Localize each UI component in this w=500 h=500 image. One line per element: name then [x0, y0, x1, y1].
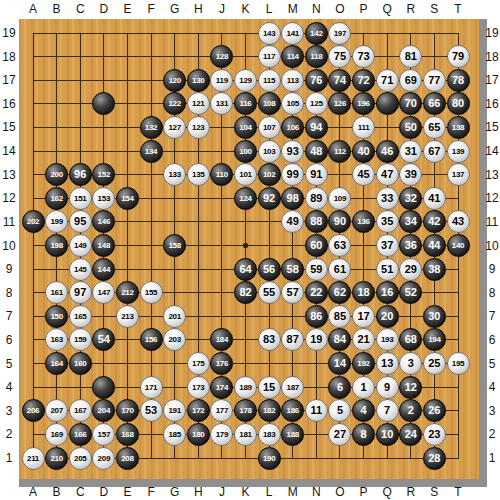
black-stone: 180 — [187, 423, 210, 446]
white-stone: 53 — [140, 399, 163, 422]
row-label-left: 2 — [6, 427, 13, 441]
col-label-bottom: N — [312, 485, 321, 499]
row-label-right: 14 — [485, 144, 498, 158]
black-stone: 100 — [234, 140, 257, 163]
white-stone: 213 — [116, 305, 139, 328]
white-stone: 61 — [328, 258, 351, 281]
white-stone: 37 — [376, 234, 399, 257]
row-label-right: 15 — [485, 120, 498, 134]
black-stone: 16 — [376, 281, 399, 304]
black-stone: 76 — [305, 69, 328, 92]
row-label-left: 4 — [6, 380, 13, 394]
black-stone: 144 — [92, 258, 115, 281]
col-label-top: R — [406, 2, 415, 16]
col-label-top: B — [53, 2, 61, 16]
black-stone: 188 — [281, 423, 304, 446]
row-label-left: 8 — [6, 286, 13, 300]
col-label-top: C — [76, 2, 85, 16]
black-stone: 118 — [305, 45, 328, 68]
black-stone: 112 — [328, 140, 351, 163]
white-stone: 123 — [187, 116, 210, 139]
white-stone: 25 — [423, 352, 446, 375]
white-stone: 73 — [352, 45, 375, 68]
col-label-top: K — [241, 2, 249, 16]
black-stone: 48 — [305, 140, 328, 163]
white-stone: 65 — [423, 116, 446, 139]
col-label-bottom: J — [219, 485, 225, 499]
black-stone — [92, 376, 115, 399]
row-label-right: 7 — [489, 309, 496, 323]
white-stone: 7 — [376, 399, 399, 422]
black-stone: 72 — [352, 69, 375, 92]
col-label-bottom: R — [406, 485, 415, 499]
board-shadow-bottom — [19, 479, 487, 487]
col-label-bottom: O — [335, 485, 344, 499]
white-stone: 169 — [45, 423, 68, 446]
grid-line-horizontal — [33, 33, 459, 34]
black-stone: 124 — [234, 187, 257, 210]
black-stone: 8 — [352, 423, 375, 446]
row-label-left: 3 — [6, 404, 13, 418]
white-stone: 127 — [163, 116, 186, 139]
row-label-left: 17 — [2, 73, 15, 87]
white-stone: 181 — [234, 423, 257, 446]
board-shadow-right — [479, 19, 487, 487]
black-stone: 80 — [447, 92, 470, 115]
col-label-top: H — [194, 2, 203, 16]
white-stone: 119 — [210, 69, 233, 92]
row-label-right: 13 — [485, 168, 498, 182]
row-label-left: 6 — [6, 333, 13, 347]
white-stone: 211 — [22, 447, 45, 470]
white-stone: 83 — [258, 328, 281, 351]
black-stone: 166 — [69, 423, 92, 446]
white-stone: 31 — [399, 140, 422, 163]
row-label-right: 10 — [485, 239, 498, 253]
col-label-bottom: A — [29, 485, 37, 499]
black-stone: 6 — [328, 376, 351, 399]
black-stone: 38 — [423, 258, 446, 281]
col-label-top: A — [29, 2, 37, 16]
col-label-bottom: G — [170, 485, 179, 499]
white-stone: 55 — [258, 281, 281, 304]
grid-line-vertical — [127, 33, 128, 459]
white-stone: 205 — [69, 447, 92, 470]
col-label-bottom: F — [147, 485, 154, 499]
black-stone: 94 — [305, 116, 328, 139]
row-label-right: 5 — [489, 357, 496, 371]
black-stone: 164 — [45, 352, 68, 375]
black-stone: 132 — [140, 116, 163, 139]
row-label-right: 19 — [485, 26, 498, 40]
row-label-right: 1 — [489, 451, 496, 465]
white-stone: 79 — [447, 45, 470, 68]
white-stone: 71 — [376, 69, 399, 92]
white-stone: 167 — [69, 399, 92, 422]
black-stone: 32 — [399, 187, 422, 210]
white-stone: 89 — [305, 187, 328, 210]
white-stone: 125 — [305, 92, 328, 115]
black-stone: 138 — [447, 116, 470, 139]
row-label-left: 19 — [2, 26, 15, 40]
black-stone: 130 — [187, 69, 210, 92]
row-label-left: 15 — [2, 120, 15, 134]
row-label-right: 17 — [485, 73, 498, 87]
black-stone: 24 — [399, 423, 422, 446]
col-label-top: O — [335, 2, 344, 16]
row-label-left: 16 — [2, 97, 15, 111]
black-stone: 142 — [305, 22, 328, 45]
grid-line-horizontal — [33, 56, 459, 57]
col-label-top: P — [360, 2, 368, 16]
white-stone: 107 — [258, 116, 281, 139]
white-stone: 129 — [234, 69, 257, 92]
row-label-left: 1 — [6, 451, 13, 465]
row-label-right: 3 — [489, 404, 496, 418]
black-stone: 134 — [140, 140, 163, 163]
black-stone: 78 — [447, 69, 470, 92]
white-stone: 153 — [92, 187, 115, 210]
col-label-top: L — [266, 2, 273, 16]
col-label-top: J — [219, 2, 225, 16]
black-stone: 22 — [305, 281, 328, 304]
row-label-right: 4 — [489, 380, 496, 394]
col-label-bottom: P — [360, 485, 368, 499]
white-stone: 195 — [447, 352, 470, 375]
white-stone: 151 — [69, 187, 92, 210]
white-stone: 165 — [69, 305, 92, 328]
black-stone: 40 — [352, 140, 375, 163]
col-label-bottom: T — [454, 485, 461, 499]
col-label-bottom: L — [266, 485, 273, 499]
col-label-top: M — [288, 2, 298, 16]
white-stone: 111 — [352, 116, 375, 139]
black-stone: 64 — [234, 258, 257, 281]
white-stone: 141 — [281, 22, 304, 45]
row-label-left: 13 — [2, 168, 15, 182]
black-stone: 92 — [258, 187, 281, 210]
row-label-right: 8 — [489, 286, 496, 300]
white-stone: 201 — [163, 305, 186, 328]
black-stone: 160 — [69, 352, 92, 375]
white-stone: 117 — [258, 45, 281, 68]
white-stone: 11 — [305, 399, 328, 422]
black-stone: 30 — [423, 305, 446, 328]
white-stone: 23 — [423, 423, 446, 446]
black-stone: 190 — [258, 447, 281, 470]
black-stone: 156 — [140, 328, 163, 351]
row-label-left: 11 — [3, 215, 15, 229]
row-label-right: 11 — [486, 215, 498, 229]
col-label-top: D — [99, 2, 108, 16]
white-stone: 9 — [376, 376, 399, 399]
black-stone: 158 — [163, 234, 186, 257]
white-stone: 171 — [140, 376, 163, 399]
white-stone: 175 — [187, 352, 210, 375]
black-stone: 10 — [376, 423, 399, 446]
col-label-top: T — [454, 2, 461, 16]
white-stone: 149 — [69, 234, 92, 257]
grid-line-vertical — [33, 33, 34, 459]
white-stone: 187 — [281, 376, 304, 399]
row-label-left: 9 — [6, 262, 13, 276]
black-stone: 108 — [258, 92, 281, 115]
white-stone: 189 — [234, 376, 257, 399]
row-label-right: 16 — [485, 97, 498, 111]
white-stone: 173 — [187, 376, 210, 399]
white-stone: 1 — [352, 376, 375, 399]
col-label-top: S — [430, 2, 438, 16]
black-stone: 140 — [447, 234, 470, 257]
col-label-top: G — [170, 2, 179, 16]
row-label-left: 14 — [2, 144, 15, 158]
col-label-bottom: C — [76, 485, 85, 499]
col-label-bottom: B — [53, 485, 61, 499]
col-label-top: Q — [382, 2, 391, 16]
white-stone: 183 — [258, 423, 281, 446]
col-label-bottom: S — [430, 485, 438, 499]
black-stone: 60 — [305, 234, 328, 257]
white-stone: 197 — [328, 22, 351, 45]
white-stone: 47 — [376, 163, 399, 186]
black-stone: 168 — [116, 423, 139, 446]
row-label-left: 10 — [2, 239, 15, 253]
white-stone: 137 — [447, 163, 470, 186]
white-stone: 115 — [258, 69, 281, 92]
white-stone: 15 — [258, 376, 281, 399]
white-stone: 43 — [447, 210, 470, 233]
black-stone: 104 — [234, 116, 257, 139]
black-stone: 20 — [376, 305, 399, 328]
go-board-diagram: 1234567891011121314151617181920212223242… — [0, 0, 500, 500]
black-stone: 192 — [352, 352, 375, 375]
col-label-bottom: Q — [382, 485, 391, 499]
white-stone: 139 — [447, 140, 470, 163]
col-label-bottom: E — [123, 485, 131, 499]
white-stone: 95 — [69, 210, 92, 233]
row-label-right: 18 — [485, 50, 498, 64]
col-label-bottom: M — [288, 485, 298, 499]
white-stone: 101 — [234, 163, 257, 186]
white-stone: 121 — [187, 92, 210, 115]
col-label-bottom: H — [194, 485, 203, 499]
black-stone — [376, 92, 399, 115]
white-stone: 51 — [376, 258, 399, 281]
row-label-left: 7 — [6, 309, 13, 323]
white-stone: 69 — [399, 69, 422, 92]
black-stone: 206 — [22, 399, 45, 422]
black-stone: 174 — [210, 376, 233, 399]
white-stone: 93 — [281, 140, 304, 163]
white-stone: 145 — [69, 258, 92, 281]
white-stone: 59 — [305, 258, 328, 281]
black-stone: 182 — [258, 399, 281, 422]
black-stone: 198 — [45, 234, 68, 257]
black-stone: 120 — [163, 69, 186, 92]
white-stone: 209 — [92, 447, 115, 470]
black-stone: 96 — [69, 163, 92, 186]
white-stone: 185 — [163, 423, 186, 446]
row-label-right: 2 — [489, 427, 496, 441]
black-stone: 56 — [258, 258, 281, 281]
row-label-right: 6 — [489, 333, 496, 347]
row-label-left: 5 — [6, 357, 13, 371]
white-stone: 113 — [281, 69, 304, 92]
white-stone: 193 — [376, 328, 399, 351]
white-stone: 91 — [305, 163, 328, 186]
black-stone: 106 — [281, 116, 304, 139]
white-stone: 135 — [187, 163, 210, 186]
col-label-bottom: K — [241, 485, 249, 499]
star-point — [243, 243, 248, 248]
col-label-top: N — [312, 2, 321, 16]
black-stone: 98 — [281, 187, 304, 210]
black-stone: 172 — [187, 399, 210, 422]
white-stone: 155 — [140, 281, 163, 304]
black-stone: 154 — [116, 187, 139, 210]
col-label-top: E — [123, 2, 131, 16]
row-label-left: 18 — [2, 50, 15, 64]
black-stone: 162 — [45, 187, 68, 210]
black-stone: 46 — [376, 140, 399, 163]
row-label-left: 12 — [2, 191, 15, 205]
black-stone: 26 — [423, 399, 446, 422]
white-stone: 13 — [376, 352, 399, 375]
black-stone: 28 — [423, 447, 446, 470]
white-stone: 97 — [69, 281, 92, 304]
white-stone: 143 — [258, 22, 281, 45]
white-stone: 35 — [376, 210, 399, 233]
black-stone: 150 — [45, 305, 68, 328]
white-stone: 41 — [423, 187, 446, 210]
col-label-top: F — [147, 2, 154, 16]
black-stone: 102 — [258, 163, 281, 186]
white-stone: 33 — [376, 187, 399, 210]
black-stone: 44 — [423, 234, 446, 257]
col-label-bottom: D — [99, 485, 108, 499]
row-label-right: 12 — [485, 191, 498, 205]
white-stone: 29 — [399, 258, 422, 281]
white-stone: 67 — [423, 140, 446, 163]
white-stone: 103 — [258, 140, 281, 163]
black-stone: 208 — [116, 447, 139, 470]
row-label-right: 9 — [489, 262, 496, 276]
black-stone: 58 — [281, 258, 304, 281]
white-stone: 77 — [423, 69, 446, 92]
black-stone: 12 — [399, 376, 422, 399]
black-stone: 212 — [116, 281, 139, 304]
black-stone: 202 — [22, 210, 45, 233]
white-stone: 17 — [352, 305, 375, 328]
black-stone: 210 — [45, 447, 68, 470]
black-stone: 86 — [305, 305, 328, 328]
